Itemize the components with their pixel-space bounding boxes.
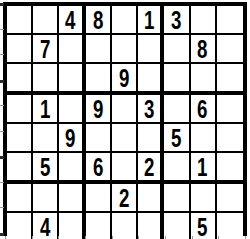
left-gridline-stub <box>0 233 4 236</box>
bottom-gridline-stub <box>192 236 193 239</box>
cell-r3c2[interactable] <box>33 64 59 95</box>
cell-r2c5[interactable] <box>112 35 138 64</box>
given-digit: 9 <box>65 124 75 151</box>
left-gridline-stub <box>0 3 4 6</box>
cell-r2c4[interactable] <box>86 35 112 64</box>
given-digit: 2 <box>144 153 154 180</box>
given-digit: 5 <box>197 213 207 239</box>
cell-r2c1[interactable] <box>7 35 33 64</box>
bottom-gridline-stub <box>165 236 166 239</box>
cell-r3c4[interactable] <box>86 64 112 95</box>
left-gridline-stub <box>0 156 4 159</box>
cell-r2c6[interactable] <box>138 35 164 64</box>
given-digit: 1 <box>144 6 154 33</box>
given-digit: 4 <box>40 213 50 239</box>
sudoku-board: 481378919369556212452169 <box>3 2 247 236</box>
cell-r4c8[interactable]: 6 <box>191 95 217 124</box>
cell-r7c6[interactable] <box>138 184 164 213</box>
left-gridline-stub <box>0 29 4 30</box>
left-gridline-stub <box>0 105 4 106</box>
bottom-gridline-stub <box>85 236 86 239</box>
given-digit: 6 <box>197 95 207 122</box>
cell-r8c4[interactable] <box>86 213 112 239</box>
cell-r7c3[interactable] <box>59 184 85 213</box>
cell-r7c4[interactable] <box>86 184 112 213</box>
cell-r8c9[interactable] <box>217 213 243 239</box>
cell-r7c9[interactable] <box>217 184 243 213</box>
cell-r1c6[interactable]: 1 <box>138 6 164 35</box>
cell-r1c5[interactable] <box>112 6 138 35</box>
cell-r8c2[interactable]: 4 <box>33 213 59 239</box>
cell-r7c8[interactable] <box>191 184 217 213</box>
cell-r6c9[interactable] <box>217 153 243 184</box>
bottom-gridline-stub <box>245 236 246 239</box>
left-gridline-stub <box>0 54 4 55</box>
given-digit: 3 <box>171 6 181 33</box>
given-digit: 9 <box>93 95 103 122</box>
cell-r3c8[interactable] <box>191 64 217 95</box>
left-gridline-stub <box>0 207 4 208</box>
cell-r3c3[interactable] <box>59 64 85 95</box>
cell-r8c3[interactable] <box>59 213 85 239</box>
cell-r3c7[interactable] <box>164 64 190 95</box>
cell-r5c4[interactable] <box>86 124 112 153</box>
cell-r5c9[interactable] <box>217 124 243 153</box>
cell-r5c6[interactable] <box>138 124 164 153</box>
cell-r3c1[interactable] <box>7 64 33 95</box>
given-digit: 8 <box>197 35 207 62</box>
given-digit: 1 <box>40 95 50 122</box>
left-gridline-stub <box>0 80 4 83</box>
cell-r4c9[interactable] <box>217 95 243 124</box>
given-digit: 1 <box>197 153 207 180</box>
cell-r6c1[interactable] <box>7 153 33 184</box>
cell-r1c4[interactable]: 8 <box>86 6 112 35</box>
cell-r1c7[interactable]: 3 <box>164 6 190 35</box>
cell-r6c4[interactable]: 6 <box>86 153 112 184</box>
cell-r6c5[interactable] <box>112 153 138 184</box>
cell-r6c2[interactable]: 5 <box>33 153 59 184</box>
bottom-gridline-stub <box>32 236 33 239</box>
cell-r8c6[interactable] <box>138 213 164 239</box>
cell-r6c7[interactable] <box>164 153 190 184</box>
cell-r1c8[interactable] <box>191 6 217 35</box>
cell-r6c8[interactable]: 1 <box>191 153 217 184</box>
left-gridline-stub <box>0 182 4 183</box>
given-digit: 2 <box>119 184 129 211</box>
given-digit: 5 <box>171 124 181 151</box>
cell-r4c5[interactable] <box>112 95 138 124</box>
given-digit: 3 <box>144 95 154 122</box>
cell-r3c9[interactable] <box>217 64 243 95</box>
cell-r7c5[interactable]: 2 <box>112 184 138 213</box>
cell-r5c2[interactable] <box>33 124 59 153</box>
cell-r4c6[interactable]: 3 <box>138 95 164 124</box>
cell-r5c1[interactable] <box>7 124 33 153</box>
cell-r4c7[interactable] <box>164 95 190 124</box>
given-digit: 4 <box>65 6 75 33</box>
cell-r8c7[interactable] <box>164 213 190 239</box>
left-gridline-stub <box>0 131 4 132</box>
cell-r3c6[interactable] <box>138 64 164 95</box>
given-digit: 9 <box>119 64 129 91</box>
cell-r1c1[interactable] <box>7 6 33 35</box>
cell-r1c2[interactable] <box>33 6 59 35</box>
cell-r5c8[interactable] <box>191 124 217 153</box>
cell-r7c7[interactable] <box>164 184 190 213</box>
cell-r1c9[interactable] <box>217 6 243 35</box>
cell-r3c5[interactable]: 9 <box>112 64 138 95</box>
cell-r5c7[interactable]: 5 <box>164 124 190 153</box>
cell-r2c2[interactable]: 7 <box>33 35 59 64</box>
bottom-gridline-stub <box>138 236 139 239</box>
cell-r6c6[interactable]: 2 <box>138 153 164 184</box>
given-digit: 7 <box>40 35 50 62</box>
cell-r2c9[interactable] <box>217 35 243 64</box>
sudoku-puzzle: 481378919369556212452169 <box>0 0 250 239</box>
cell-r7c2[interactable] <box>33 184 59 213</box>
bottom-gridline-stub <box>218 236 219 239</box>
bottom-gridline-stub <box>112 236 113 239</box>
cell-r2c8[interactable]: 8 <box>191 35 217 64</box>
bottom-gridline-stub <box>5 236 6 239</box>
cell-r5c5[interactable] <box>112 124 138 153</box>
cell-r8c1[interactable] <box>7 213 33 239</box>
given-digit: 6 <box>93 153 103 180</box>
bottom-gridline-stub <box>58 236 59 239</box>
cell-r5c3[interactable]: 9 <box>59 124 85 153</box>
cell-r2c7[interactable] <box>164 35 190 64</box>
cell-r4c4[interactable]: 9 <box>86 95 112 124</box>
given-digit: 5 <box>40 153 50 180</box>
cell-r2c3[interactable] <box>59 35 85 64</box>
cell-r4c2[interactable]: 1 <box>33 95 59 124</box>
cell-r7c1[interactable] <box>7 184 33 213</box>
cell-r8c5[interactable] <box>112 213 138 239</box>
cell-r4c1[interactable] <box>7 95 33 124</box>
cell-r6c3[interactable] <box>59 153 85 184</box>
cell-r4c3[interactable] <box>59 95 85 124</box>
given-digit: 8 <box>93 6 103 33</box>
cell-r1c3[interactable]: 4 <box>59 6 85 35</box>
cell-r8c8[interactable]: 5 <box>191 213 217 239</box>
